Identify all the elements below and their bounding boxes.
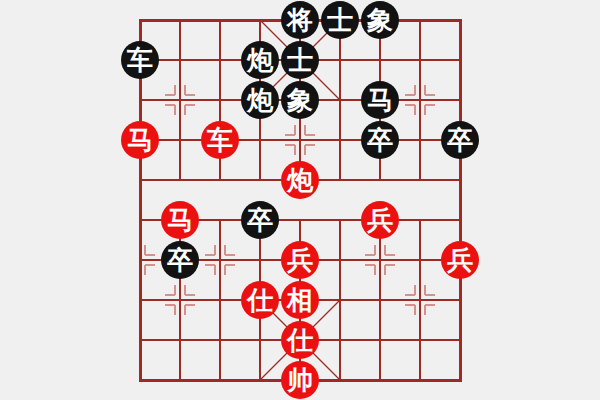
pieces-layer: 将士象车炮士炮象马卒卒卒卒马车炮马兵兵兵仕相仕帅: [120, 0, 480, 400]
black-pawn-glyph: 卒: [441, 121, 479, 159]
black-cannon-glyph: 炮: [241, 41, 279, 79]
piece-red-general[interactable]: 帅: [280, 360, 320, 400]
red-pawn-glyph: 兵: [361, 201, 399, 239]
piece-black-pawn[interactable]: 卒: [440, 120, 480, 160]
red-general-glyph: 帅: [281, 361, 319, 399]
black-pawn-glyph: 卒: [161, 241, 199, 279]
piece-black-elephant[interactable]: 象: [280, 80, 320, 120]
piece-red-chariot[interactable]: 车: [200, 120, 240, 160]
piece-red-advisor[interactable]: 仕: [240, 280, 280, 320]
red-pawn-glyph: 兵: [281, 241, 319, 279]
red-horse-glyph: 马: [161, 201, 199, 239]
piece-red-pawn[interactable]: 兵: [280, 240, 320, 280]
piece-black-pawn[interactable]: 卒: [240, 200, 280, 240]
black-cannon-glyph: 炮: [241, 81, 279, 119]
red-cannon-glyph: 炮: [281, 161, 319, 199]
piece-black-elephant[interactable]: 象: [360, 0, 400, 40]
piece-red-horse[interactable]: 马: [120, 120, 160, 160]
black-pawn-glyph: 卒: [361, 121, 399, 159]
black-general-glyph: 将: [281, 1, 319, 39]
piece-red-horse[interactable]: 马: [160, 200, 200, 240]
piece-black-general[interactable]: 将: [280, 0, 320, 40]
piece-black-advisor[interactable]: 士: [320, 0, 360, 40]
piece-black-pawn[interactable]: 卒: [160, 240, 200, 280]
red-advisor-glyph: 仕: [241, 281, 279, 319]
piece-red-pawn[interactable]: 兵: [440, 240, 480, 280]
black-chariot-glyph: 车: [121, 41, 159, 79]
black-horse-glyph: 马: [361, 81, 399, 119]
piece-black-pawn[interactable]: 卒: [360, 120, 400, 160]
piece-black-horse[interactable]: 马: [360, 80, 400, 120]
piece-red-advisor[interactable]: 仕: [280, 320, 320, 360]
red-chariot-glyph: 车: [201, 121, 239, 159]
piece-red-pawn[interactable]: 兵: [360, 200, 400, 240]
piece-red-cannon[interactable]: 炮: [280, 160, 320, 200]
red-pawn-glyph: 兵: [441, 241, 479, 279]
red-advisor-glyph: 仕: [281, 321, 319, 359]
black-advisor-glyph: 士: [321, 1, 359, 39]
red-horse-glyph: 马: [121, 121, 159, 159]
black-elephant-glyph: 象: [361, 1, 399, 39]
piece-black-cannon[interactable]: 炮: [240, 80, 280, 120]
piece-black-advisor[interactable]: 士: [280, 40, 320, 80]
xiangqi-board: 将士象车炮士炮象马卒卒卒卒马车炮马兵兵兵仕相仕帅: [0, 0, 600, 400]
piece-black-chariot[interactable]: 车: [120, 40, 160, 80]
piece-black-cannon[interactable]: 炮: [240, 40, 280, 80]
piece-red-elephant[interactable]: 相: [280, 280, 320, 320]
black-pawn-glyph: 卒: [241, 201, 279, 239]
black-elephant-glyph: 象: [281, 81, 319, 119]
black-advisor-glyph: 士: [281, 41, 319, 79]
red-elephant-glyph: 相: [281, 281, 319, 319]
